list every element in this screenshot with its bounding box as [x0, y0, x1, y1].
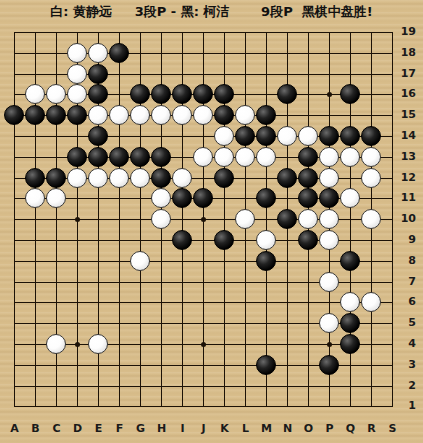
- row-label-3: 3: [398, 358, 416, 371]
- stone-white-B16: [25, 84, 45, 104]
- grid-horizontal-line: [14, 386, 393, 387]
- stone-white-M9: [256, 230, 276, 250]
- star-point: [327, 92, 332, 97]
- stone-black-P3: [319, 355, 339, 375]
- go-game-window: 白: 黄静远 3段P - 黑: 柯洁 9段P 黑棋中盘胜! ABCDEFGHIJ…: [0, 0, 423, 443]
- stone-black-L14: [235, 126, 255, 146]
- stone-black-B12: [25, 168, 45, 188]
- row-label-17: 17: [398, 67, 416, 80]
- stone-white-F12: [109, 168, 129, 188]
- stone-white-B11: [25, 188, 45, 208]
- row-label-11: 11: [398, 191, 416, 204]
- stone-white-R12: [361, 168, 381, 188]
- go-board[interactable]: ABCDEFGHIJKLMNOPQRS191817161514131211109…: [0, 0, 423, 443]
- stone-white-D12: [67, 168, 87, 188]
- stone-black-R14: [361, 126, 381, 146]
- stone-black-K12: [214, 168, 234, 188]
- col-label-P: P: [319, 422, 340, 435]
- stone-white-M13: [256, 147, 276, 167]
- stone-white-R10: [361, 209, 381, 229]
- stone-black-Q8: [340, 251, 360, 271]
- stone-white-K14: [214, 126, 234, 146]
- stone-white-J15: [193, 105, 213, 125]
- col-label-H: H: [151, 422, 172, 435]
- row-label-4: 4: [398, 337, 416, 350]
- stone-black-C12: [46, 168, 66, 188]
- stone-black-J11: [193, 188, 213, 208]
- star-point: [201, 342, 206, 347]
- star-point: [327, 342, 332, 347]
- stone-white-G8: [130, 251, 150, 271]
- row-label-2: 2: [398, 379, 416, 392]
- stone-black-E17: [88, 64, 108, 84]
- row-label-6: 6: [398, 295, 416, 308]
- row-label-9: 9: [398, 233, 416, 246]
- stone-white-P7: [319, 272, 339, 292]
- stone-black-J16: [193, 84, 213, 104]
- stone-black-E14: [88, 126, 108, 146]
- grid-horizontal-line: [14, 302, 393, 303]
- stone-black-Q16: [340, 84, 360, 104]
- stone-white-E18: [88, 43, 108, 63]
- stone-white-H15: [151, 105, 171, 125]
- col-label-D: D: [67, 422, 88, 435]
- stone-white-L15: [235, 105, 255, 125]
- stone-black-O12: [298, 168, 318, 188]
- stone-white-D18: [67, 43, 87, 63]
- col-label-L: L: [235, 422, 256, 435]
- stone-black-O9: [298, 230, 318, 250]
- stone-black-E13: [88, 147, 108, 167]
- star-point: [75, 217, 80, 222]
- stone-black-G13: [130, 147, 150, 167]
- star-point: [201, 217, 206, 222]
- col-label-K: K: [214, 422, 235, 435]
- row-label-12: 12: [398, 171, 416, 184]
- row-label-7: 7: [398, 275, 416, 288]
- stone-black-P14: [319, 126, 339, 146]
- stone-black-A15: [4, 105, 24, 125]
- stone-white-C11: [46, 188, 66, 208]
- stone-black-K16: [214, 84, 234, 104]
- stone-black-N10: [277, 209, 297, 229]
- col-label-R: R: [361, 422, 382, 435]
- stone-white-O10: [298, 209, 318, 229]
- row-label-15: 15: [398, 108, 416, 121]
- stone-white-E4: [88, 334, 108, 354]
- stone-white-I12: [172, 168, 192, 188]
- row-label-8: 8: [398, 254, 416, 267]
- stone-black-P11: [319, 188, 339, 208]
- stone-black-I9: [172, 230, 192, 250]
- stone-white-F15: [109, 105, 129, 125]
- col-label-F: F: [109, 422, 130, 435]
- stone-black-M3: [256, 355, 276, 375]
- stone-black-O11: [298, 188, 318, 208]
- stone-white-C4: [46, 334, 66, 354]
- stone-black-M14: [256, 126, 276, 146]
- row-label-16: 16: [398, 87, 416, 100]
- stone-white-Q6: [340, 292, 360, 312]
- stone-black-N12: [277, 168, 297, 188]
- grid-horizontal-line: [14, 261, 393, 262]
- stone-black-F13: [109, 147, 129, 167]
- row-label-5: 5: [398, 316, 416, 329]
- star-point: [75, 342, 80, 347]
- stone-black-H12: [151, 168, 171, 188]
- row-label-13: 13: [398, 150, 416, 163]
- col-label-N: N: [277, 422, 298, 435]
- stone-black-Q4: [340, 334, 360, 354]
- stone-white-L13: [235, 147, 255, 167]
- stone-black-G16: [130, 84, 150, 104]
- grid-vertical-line: [266, 32, 267, 407]
- row-label-14: 14: [398, 129, 416, 142]
- stone-black-Q14: [340, 126, 360, 146]
- stone-white-R6: [361, 292, 381, 312]
- stone-white-P13: [319, 147, 339, 167]
- stone-black-C15: [46, 105, 66, 125]
- stone-black-M8: [256, 251, 276, 271]
- stone-white-P12: [319, 168, 339, 188]
- stone-black-Q5: [340, 313, 360, 333]
- stone-black-M11: [256, 188, 276, 208]
- stone-white-O14: [298, 126, 318, 146]
- stone-white-E12: [88, 168, 108, 188]
- stone-white-C16: [46, 84, 66, 104]
- stone-black-D13: [67, 147, 87, 167]
- stone-white-D16: [67, 84, 87, 104]
- stone-black-E16: [88, 84, 108, 104]
- stone-black-D15: [67, 105, 87, 125]
- stone-black-B15: [25, 105, 45, 125]
- stone-black-K9: [214, 230, 234, 250]
- stone-white-L10: [235, 209, 255, 229]
- col-label-S: S: [382, 422, 403, 435]
- col-label-J: J: [193, 422, 214, 435]
- stone-white-G12: [130, 168, 150, 188]
- stone-black-F18: [109, 43, 129, 63]
- stone-black-N16: [277, 84, 297, 104]
- grid-horizontal-line: [14, 406, 393, 407]
- row-label-18: 18: [398, 46, 416, 59]
- row-label-19: 19: [398, 25, 416, 38]
- col-label-O: O: [298, 422, 319, 435]
- col-label-C: C: [46, 422, 67, 435]
- col-label-B: B: [25, 422, 46, 435]
- stone-white-E15: [88, 105, 108, 125]
- grid-vertical-line: [392, 32, 393, 407]
- stone-white-H10: [151, 209, 171, 229]
- col-label-G: G: [130, 422, 151, 435]
- stone-white-P9: [319, 230, 339, 250]
- col-label-E: E: [88, 422, 109, 435]
- stone-black-I16: [172, 84, 192, 104]
- stone-white-G15: [130, 105, 150, 125]
- stone-white-Q11: [340, 188, 360, 208]
- stone-black-M15: [256, 105, 276, 125]
- stone-black-O13: [298, 147, 318, 167]
- col-label-M: M: [256, 422, 277, 435]
- stone-white-D17: [67, 64, 87, 84]
- stone-white-N14: [277, 126, 297, 146]
- stone-white-P10: [319, 209, 339, 229]
- stone-black-K15: [214, 105, 234, 125]
- row-label-10: 10: [398, 212, 416, 225]
- stone-white-Q13: [340, 147, 360, 167]
- col-label-Q: Q: [340, 422, 361, 435]
- stone-black-H13: [151, 147, 171, 167]
- row-label-1: 1: [398, 399, 416, 412]
- stone-white-P5: [319, 313, 339, 333]
- stone-white-K13: [214, 147, 234, 167]
- stone-white-I15: [172, 105, 192, 125]
- col-label-I: I: [172, 422, 193, 435]
- stone-white-H11: [151, 188, 171, 208]
- col-label-A: A: [4, 422, 25, 435]
- stone-white-J13: [193, 147, 213, 167]
- stone-black-H16: [151, 84, 171, 104]
- stone-black-I11: [172, 188, 192, 208]
- stone-white-R13: [361, 147, 381, 167]
